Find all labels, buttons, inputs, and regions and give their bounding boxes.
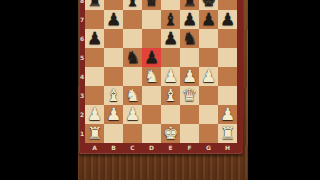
square-b2[interactable]: ♟ bbox=[104, 105, 123, 124]
square-e5[interactable] bbox=[161, 48, 180, 67]
square-d4[interactable]: ♞ bbox=[142, 67, 161, 86]
piece-black-pawn: ♟ bbox=[85, 29, 104, 48]
piece-black-queen: ♛ bbox=[142, 0, 161, 10]
piece-white-king: ♚ bbox=[161, 124, 180, 143]
piece-white-rook: ♜ bbox=[85, 124, 104, 143]
square-a3[interactable] bbox=[85, 86, 104, 105]
file-label-d: D bbox=[142, 143, 161, 154]
file-label-a: A bbox=[85, 143, 104, 154]
square-f1[interactable] bbox=[180, 124, 199, 143]
square-c8[interactable]: ♝ bbox=[123, 0, 142, 10]
file-labels: ABCDEFGH bbox=[85, 143, 237, 154]
square-d2[interactable] bbox=[142, 105, 161, 124]
square-b3[interactable]: ♝ bbox=[104, 86, 123, 105]
square-b7[interactable]: ♟ bbox=[104, 10, 123, 29]
square-d6[interactable] bbox=[142, 29, 161, 48]
piece-black-knight: ♞ bbox=[180, 29, 199, 48]
piece-black-knight: ♞ bbox=[123, 48, 142, 67]
piece-white-queen: ♛ bbox=[180, 86, 199, 105]
square-b1[interactable] bbox=[104, 124, 123, 143]
piece-black-pawn: ♟ bbox=[180, 10, 199, 29]
square-c6[interactable] bbox=[123, 29, 142, 48]
square-b6[interactable] bbox=[104, 29, 123, 48]
square-h1[interactable]: ♜ bbox=[218, 124, 237, 143]
square-c4[interactable] bbox=[123, 67, 142, 86]
square-b4[interactable] bbox=[104, 67, 123, 86]
square-a7[interactable] bbox=[85, 10, 104, 29]
square-g1[interactable] bbox=[199, 124, 218, 143]
piece-white-bishop: ♝ bbox=[161, 86, 180, 105]
square-d7[interactable] bbox=[142, 10, 161, 29]
square-g6[interactable] bbox=[199, 29, 218, 48]
letterbox-right bbox=[248, 0, 320, 180]
video-frame: 87654321 ♜♝♛♜♚♟♝♟♟♟♟♟♞♞♟♞♟♟♟♝♞♝♛♟♟♟♟♜♚♜ … bbox=[0, 0, 320, 180]
square-e1[interactable]: ♚ bbox=[161, 124, 180, 143]
square-c3[interactable]: ♞ bbox=[123, 86, 142, 105]
piece-white-pawn: ♟ bbox=[123, 105, 142, 124]
square-e2[interactable] bbox=[161, 105, 180, 124]
square-c1[interactable] bbox=[123, 124, 142, 143]
square-a2[interactable]: ♟ bbox=[85, 105, 104, 124]
square-a5[interactable] bbox=[85, 48, 104, 67]
file-label-g: G bbox=[199, 143, 218, 154]
square-h7[interactable]: ♟ bbox=[218, 10, 237, 29]
square-e3[interactable]: ♝ bbox=[161, 86, 180, 105]
piece-white-pawn: ♟ bbox=[199, 67, 218, 86]
piece-white-pawn: ♟ bbox=[218, 105, 237, 124]
piece-white-knight: ♞ bbox=[142, 67, 161, 86]
square-f2[interactable] bbox=[180, 105, 199, 124]
square-a4[interactable] bbox=[85, 67, 104, 86]
square-f3[interactable]: ♛ bbox=[180, 86, 199, 105]
piece-black-bishop: ♝ bbox=[161, 10, 180, 29]
file-label-c: C bbox=[123, 143, 142, 154]
piece-white-bishop: ♝ bbox=[104, 86, 123, 105]
file-label-h: H bbox=[218, 143, 237, 154]
square-c5[interactable]: ♞ bbox=[123, 48, 142, 67]
square-a6[interactable]: ♟ bbox=[85, 29, 104, 48]
square-d1[interactable] bbox=[142, 124, 161, 143]
square-h6[interactable] bbox=[218, 29, 237, 48]
piece-white-rook: ♜ bbox=[218, 124, 237, 143]
piece-white-pawn: ♟ bbox=[104, 105, 123, 124]
piece-white-pawn: ♟ bbox=[180, 67, 199, 86]
table-background: 87654321 ♜♝♛♜♚♟♝♟♟♟♟♟♞♞♟♞♟♟♟♝♞♝♛♟♟♟♟♜♚♜ … bbox=[78, 0, 248, 180]
piece-black-pawn: ♟ bbox=[199, 10, 218, 29]
square-g7[interactable]: ♟ bbox=[199, 10, 218, 29]
square-a1[interactable]: ♜ bbox=[85, 124, 104, 143]
square-h3[interactable] bbox=[218, 86, 237, 105]
square-b5[interactable] bbox=[104, 48, 123, 67]
file-label-b: B bbox=[104, 143, 123, 154]
square-f7[interactable]: ♟ bbox=[180, 10, 199, 29]
square-g3[interactable] bbox=[199, 86, 218, 105]
square-h5[interactable] bbox=[218, 48, 237, 67]
piece-black-pawn: ♟ bbox=[142, 48, 161, 67]
chess-board[interactable]: ♜♝♛♜♚♟♝♟♟♟♟♟♞♞♟♞♟♟♟♝♞♝♛♟♟♟♟♜♚♜ bbox=[85, 0, 237, 143]
square-f6[interactable]: ♞ bbox=[180, 29, 199, 48]
square-d8[interactable]: ♛ bbox=[142, 0, 161, 10]
file-label-e: E bbox=[161, 143, 180, 154]
square-d3[interactable] bbox=[142, 86, 161, 105]
piece-black-bishop: ♝ bbox=[123, 0, 142, 10]
square-c2[interactable]: ♟ bbox=[123, 105, 142, 124]
square-e4[interactable]: ♟ bbox=[161, 67, 180, 86]
square-f4[interactable]: ♟ bbox=[180, 67, 199, 86]
piece-black-pawn: ♟ bbox=[218, 10, 237, 29]
letterbox-left bbox=[0, 0, 78, 180]
square-e6[interactable]: ♟ bbox=[161, 29, 180, 48]
square-a8[interactable]: ♜ bbox=[85, 0, 104, 10]
file-label-f: F bbox=[180, 143, 199, 154]
piece-black-pawn: ♟ bbox=[104, 10, 123, 29]
square-f5[interactable] bbox=[180, 48, 199, 67]
square-d5[interactable]: ♟ bbox=[142, 48, 161, 67]
piece-white-pawn: ♟ bbox=[85, 105, 104, 124]
square-c7[interactable] bbox=[123, 10, 142, 29]
square-h2[interactable]: ♟ bbox=[218, 105, 237, 124]
square-h4[interactable] bbox=[218, 67, 237, 86]
piece-white-knight: ♞ bbox=[123, 86, 142, 105]
square-g4[interactable]: ♟ bbox=[199, 67, 218, 86]
piece-white-pawn: ♟ bbox=[161, 67, 180, 86]
square-e7[interactable]: ♝ bbox=[161, 10, 180, 29]
piece-black-pawn: ♟ bbox=[161, 29, 180, 48]
square-g5[interactable] bbox=[199, 48, 218, 67]
piece-black-rook: ♜ bbox=[85, 0, 104, 10]
chess-board-frame: 87654321 ♜♝♛♜♚♟♝♟♟♟♟♟♞♞♟♞♟♟♟♝♞♝♛♟♟♟♟♜♚♜ … bbox=[79, 0, 243, 154]
square-g2[interactable] bbox=[199, 105, 218, 124]
